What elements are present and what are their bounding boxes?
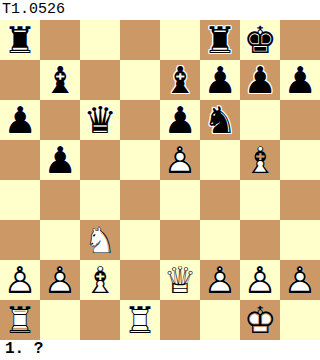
white-pawn[interactable]: ♟♙ [240,260,280,300]
black-king[interactable]: ♚ [240,20,280,60]
black-rook[interactable]: ♜ [200,20,240,60]
square-d5[interactable] [120,140,160,180]
piece-outline: ♙ [0,260,40,300]
square-h5[interactable] [280,140,320,180]
square-c5[interactable] [80,140,120,180]
black-bishop[interactable]: ♝ [160,60,200,100]
square-f5[interactable] [200,140,240,180]
white-bishop[interactable]: ♝♗ [80,260,120,300]
black-knight[interactable]: ♞ [200,100,240,140]
puzzle-title: T1.0526 [0,0,320,20]
square-d3[interactable] [120,220,160,260]
square-a6[interactable]: ♟ [0,100,40,140]
square-h8[interactable] [280,20,320,60]
square-c3[interactable]: ♞♘ [80,220,120,260]
square-h4[interactable] [280,180,320,220]
piece-outline: ♕ [160,260,200,300]
square-h3[interactable] [280,220,320,260]
square-b8[interactable] [40,20,80,60]
square-g3[interactable] [240,220,280,260]
square-d2[interactable] [120,260,160,300]
square-a7[interactable] [0,60,40,100]
square-d6[interactable] [120,100,160,140]
square-c6[interactable]: ♛ [80,100,120,140]
square-a5[interactable] [0,140,40,180]
square-g8[interactable]: ♚ [240,20,280,60]
square-a1[interactable]: ♜♖ [0,300,40,340]
square-b4[interactable] [40,180,80,220]
square-g4[interactable] [240,180,280,220]
square-h1[interactable] [280,300,320,340]
square-b6[interactable] [40,100,80,140]
square-h2[interactable]: ♟♙ [280,260,320,300]
piece-outline: ♙ [40,260,80,300]
white-pawn[interactable]: ♟♙ [40,260,80,300]
square-g7[interactable]: ♟ [240,60,280,100]
square-e6[interactable]: ♟ [160,100,200,140]
white-rook[interactable]: ♜♖ [0,300,40,340]
white-rook[interactable]: ♜♖ [120,300,160,340]
piece-outline: ♘ [80,220,120,260]
piece-outline: ♙ [240,260,280,300]
square-b7[interactable]: ♝ [40,60,80,100]
square-c7[interactable] [80,60,120,100]
square-a3[interactable] [0,220,40,260]
square-f3[interactable] [200,220,240,260]
piece-outline: ♗ [80,260,120,300]
square-d7[interactable] [120,60,160,100]
piece-outline: ♖ [0,300,40,340]
square-f2[interactable]: ♟♙ [200,260,240,300]
white-king[interactable]: ♚♔ [240,300,280,340]
square-b1[interactable] [40,300,80,340]
square-a2[interactable]: ♟♙ [0,260,40,300]
square-c8[interactable] [80,20,120,60]
square-d8[interactable] [120,20,160,60]
square-g5[interactable]: ♝♗ [240,140,280,180]
square-a8[interactable]: ♜ [0,20,40,60]
move-prompt: 1. ? [0,340,320,360]
square-e7[interactable]: ♝ [160,60,200,100]
square-a4[interactable] [0,180,40,220]
black-pawn[interactable]: ♟ [280,60,320,100]
black-bishop[interactable]: ♝ [40,60,80,100]
square-d1[interactable]: ♜♖ [120,300,160,340]
piece-outline: ♙ [200,260,240,300]
piece-outline: ♔ [240,300,280,340]
square-e8[interactable] [160,20,200,60]
square-h7[interactable]: ♟ [280,60,320,100]
black-pawn[interactable]: ♟ [240,60,280,100]
square-b5[interactable]: ♟ [40,140,80,180]
square-c2[interactable]: ♝♗ [80,260,120,300]
white-pawn[interactable]: ♟♙ [0,260,40,300]
square-e2[interactable]: ♛♕ [160,260,200,300]
piece-outline: ♖ [120,300,160,340]
square-h6[interactable] [280,100,320,140]
piece-outline: ♗ [240,140,280,180]
black-pawn[interactable]: ♟ [200,60,240,100]
white-pawn[interactable]: ♟♙ [200,260,240,300]
square-c1[interactable] [80,300,120,340]
white-knight[interactable]: ♞♘ [80,220,120,260]
white-bishop[interactable]: ♝♗ [240,140,280,180]
piece-outline: ♙ [160,140,200,180]
square-f4[interactable] [200,180,240,220]
square-b2[interactable]: ♟♙ [40,260,80,300]
square-b3[interactable] [40,220,80,260]
square-d4[interactable] [120,180,160,220]
black-pawn[interactable]: ♟ [40,140,80,180]
black-pawn[interactable]: ♟ [0,100,40,140]
square-e1[interactable] [160,300,200,340]
square-g1[interactable]: ♚♔ [240,300,280,340]
white-pawn[interactable]: ♟♙ [280,260,320,300]
black-queen[interactable]: ♛ [80,100,120,140]
square-e4[interactable] [160,180,200,220]
square-f6[interactable]: ♞ [200,100,240,140]
white-queen[interactable]: ♛♕ [160,260,200,300]
piece-outline: ♙ [280,260,320,300]
black-rook[interactable]: ♜ [0,20,40,60]
square-f1[interactable] [200,300,240,340]
square-f8[interactable]: ♜ [200,20,240,60]
square-g2[interactable]: ♟♙ [240,260,280,300]
chess-board: ♜♜♚♝♝♟♟♟♟♛♟♞♟♟♙♝♗♞♘♟♙♟♙♝♗♛♕♟♙♟♙♟♙♜♖♜♖♚♔ [0,20,320,340]
square-g6[interactable] [240,100,280,140]
white-pawn[interactable]: ♟♙ [160,140,200,180]
square-e5[interactable]: ♟♙ [160,140,200,180]
black-pawn[interactable]: ♟ [160,100,200,140]
square-e3[interactable] [160,220,200,260]
square-f7[interactable]: ♟ [200,60,240,100]
square-c4[interactable] [80,180,120,220]
